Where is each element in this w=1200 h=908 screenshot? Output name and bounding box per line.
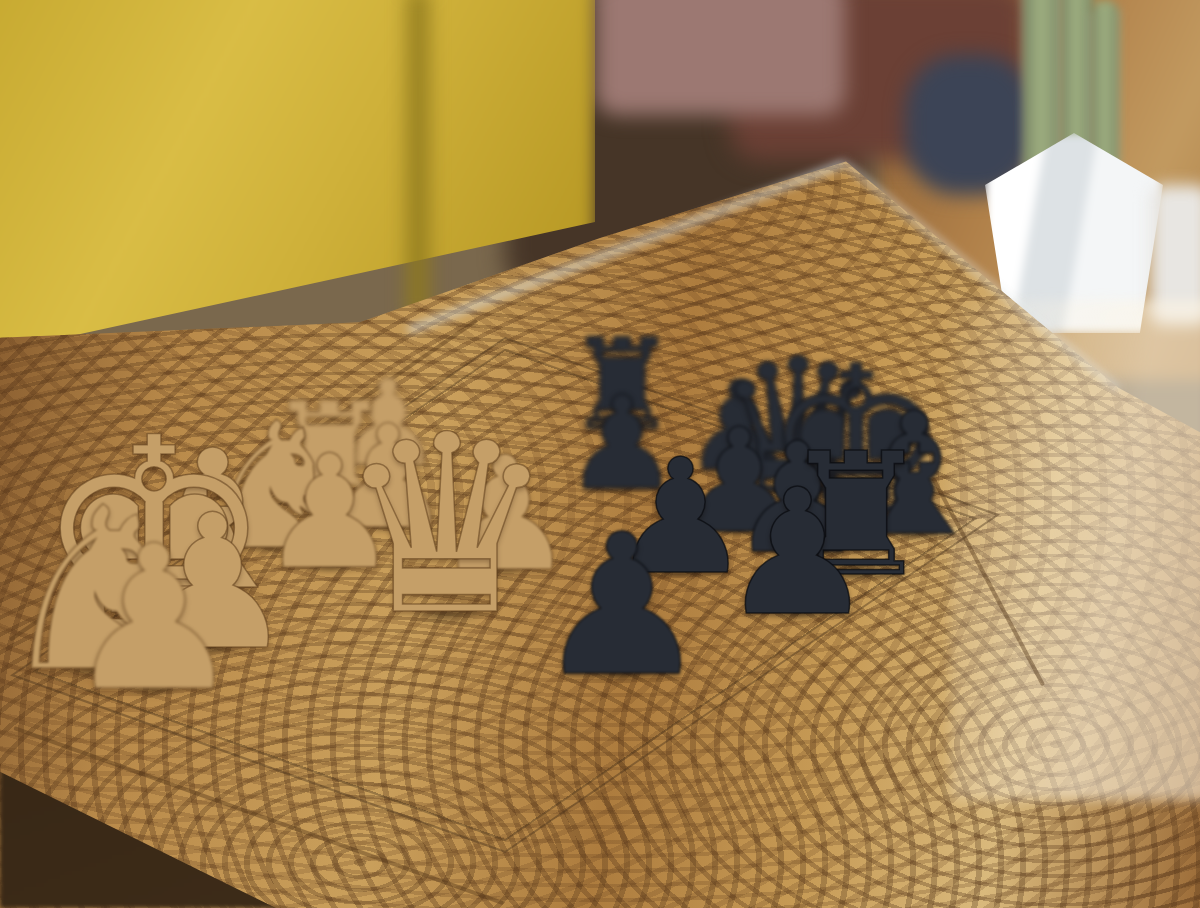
chair-back [595, 0, 845, 115]
light-haze [950, 300, 1200, 800]
sofa-fold [408, 0, 428, 320]
photo-scene: ♞♚♝♞♜♟♟♟♟♟♛♟♜♟♟♟♟♛♟♟♚♟♜♝ [0, 0, 1200, 908]
